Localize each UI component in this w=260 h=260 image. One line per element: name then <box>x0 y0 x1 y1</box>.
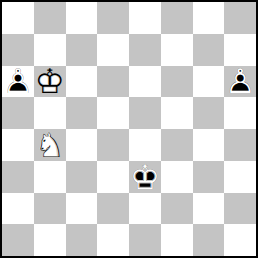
square-d5[interactable] <box>97 97 129 129</box>
chess-board: ♟♙♚♔♟♙♞♘♚♔ <box>0 0 258 258</box>
square-f8[interactable] <box>161 2 193 34</box>
piece-white-knight-b4[interactable]: ♞♘ <box>34 129 66 161</box>
square-f3[interactable] <box>161 161 193 193</box>
square-h8[interactable] <box>224 2 256 34</box>
square-c5[interactable] <box>66 97 98 129</box>
square-a4[interactable] <box>2 129 34 161</box>
square-a3[interactable] <box>2 161 34 193</box>
piece-black-pawn-h6[interactable]: ♟♙ <box>224 66 256 98</box>
square-a6[interactable]: ♟♙ <box>2 66 34 98</box>
square-e2[interactable] <box>129 193 161 225</box>
square-c6[interactable] <box>66 66 98 98</box>
square-g7[interactable] <box>193 34 225 66</box>
square-e5[interactable] <box>129 97 161 129</box>
square-e4[interactable] <box>129 129 161 161</box>
square-c4[interactable] <box>66 129 98 161</box>
square-d1[interactable] <box>97 224 129 256</box>
square-h2[interactable] <box>224 193 256 225</box>
pawn-glyph-outline: ♙ <box>2 66 34 98</box>
square-d7[interactable] <box>97 34 129 66</box>
square-g1[interactable] <box>193 224 225 256</box>
square-e7[interactable] <box>129 34 161 66</box>
square-e8[interactable] <box>129 2 161 34</box>
piece-black-pawn-a6[interactable]: ♟♙ <box>2 66 34 98</box>
square-d6[interactable] <box>97 66 129 98</box>
square-c2[interactable] <box>66 193 98 225</box>
square-a1[interactable] <box>2 224 34 256</box>
chess-diagram-page: ♟♙♚♔♟♙♞♘♚♔ <box>0 0 260 260</box>
pawn-glyph-outline: ♙ <box>224 66 256 98</box>
square-a5[interactable] <box>2 97 34 129</box>
square-d8[interactable] <box>97 2 129 34</box>
square-g4[interactable] <box>193 129 225 161</box>
square-d3[interactable] <box>97 161 129 193</box>
square-b6[interactable]: ♚♔ <box>34 66 66 98</box>
knight-glyph-outline: ♘ <box>34 129 66 161</box>
square-g3[interactable] <box>193 161 225 193</box>
square-h5[interactable] <box>224 97 256 129</box>
square-b3[interactable] <box>34 161 66 193</box>
square-f5[interactable] <box>161 97 193 129</box>
square-g8[interactable] <box>193 2 225 34</box>
square-d2[interactable] <box>97 193 129 225</box>
square-g2[interactable] <box>193 193 225 225</box>
king-glyph-outline: ♔ <box>129 161 161 193</box>
square-f4[interactable] <box>161 129 193 161</box>
square-h6[interactable]: ♟♙ <box>224 66 256 98</box>
square-h4[interactable] <box>224 129 256 161</box>
square-e3[interactable]: ♚♔ <box>129 161 161 193</box>
square-f7[interactable] <box>161 34 193 66</box>
square-a8[interactable] <box>2 2 34 34</box>
square-b2[interactable] <box>34 193 66 225</box>
square-f6[interactable] <box>161 66 193 98</box>
square-g5[interactable] <box>193 97 225 129</box>
square-a2[interactable] <box>2 193 34 225</box>
square-b4[interactable]: ♞♘ <box>34 129 66 161</box>
square-f2[interactable] <box>161 193 193 225</box>
square-c8[interactable] <box>66 2 98 34</box>
piece-black-king-e3[interactable]: ♚♔ <box>129 161 161 193</box>
square-e6[interactable] <box>129 66 161 98</box>
piece-white-king-b6[interactable]: ♚♔ <box>34 66 66 98</box>
square-b8[interactable] <box>34 2 66 34</box>
square-c3[interactable] <box>66 161 98 193</box>
square-f1[interactable] <box>161 224 193 256</box>
square-h3[interactable] <box>224 161 256 193</box>
square-b1[interactable] <box>34 224 66 256</box>
square-d4[interactable] <box>97 129 129 161</box>
square-h1[interactable] <box>224 224 256 256</box>
square-c1[interactable] <box>66 224 98 256</box>
square-e1[interactable] <box>129 224 161 256</box>
king-glyph-outline: ♔ <box>34 66 66 98</box>
square-c7[interactable] <box>66 34 98 66</box>
square-g6[interactable] <box>193 66 225 98</box>
